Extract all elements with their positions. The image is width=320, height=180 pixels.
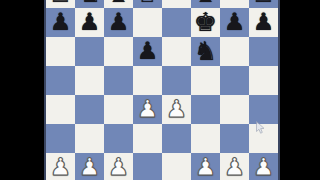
square-a8[interactable]: ♜ [46, 0, 75, 8]
piece-black-pawn-g7[interactable]: ♟ [220, 8, 249, 37]
square-g5[interactable] [220, 66, 249, 95]
square-d3[interactable] [133, 124, 162, 153]
square-g2[interactable]: ♟ [220, 153, 249, 180]
square-d2[interactable] [133, 153, 162, 180]
piece-white-pawn-f2[interactable]: ♟ [191, 153, 220, 180]
square-h7[interactable]: ♟ [249, 8, 278, 37]
square-e5[interactable] [162, 66, 191, 95]
piece-black-pawn-c7[interactable]: ♟ [104, 8, 133, 37]
square-c4[interactable] [104, 95, 133, 124]
piece-black-knight-b8[interactable]: ♞ [75, 0, 104, 8]
square-d6[interactable]: ♟ [133, 37, 162, 66]
piece-white-pawn-c2[interactable]: ♟ [104, 153, 133, 180]
square-g4[interactable] [220, 95, 249, 124]
square-c5[interactable] [104, 66, 133, 95]
piece-white-pawn-d4[interactable]: ♟ [133, 95, 162, 124]
square-d4[interactable]: ♟ [133, 95, 162, 124]
square-d5[interactable] [133, 66, 162, 95]
square-a6[interactable] [46, 37, 75, 66]
square-a5[interactable] [46, 66, 75, 95]
square-c8[interactable]: ♝ [104, 0, 133, 8]
piece-black-pawn-h7[interactable]: ♟ [249, 8, 278, 37]
square-c7[interactable]: ♟ [104, 8, 133, 37]
square-g8[interactable] [220, 0, 249, 8]
square-b6[interactable] [75, 37, 104, 66]
square-f4[interactable] [191, 95, 220, 124]
piece-black-pawn-a7[interactable]: ♟ [46, 8, 75, 37]
letterbox-bar-left [0, 0, 44, 180]
piece-white-pawn-e4[interactable]: ♟ [162, 95, 191, 124]
piece-white-pawn-g2[interactable]: ♟ [220, 153, 249, 180]
square-g3[interactable] [220, 124, 249, 153]
square-a2[interactable]: ♟ [46, 153, 75, 180]
square-h3[interactable] [249, 124, 278, 153]
square-b2[interactable]: ♟ [75, 153, 104, 180]
square-f2[interactable]: ♟ [191, 153, 220, 180]
square-e6[interactable] [162, 37, 191, 66]
square-h5[interactable] [249, 66, 278, 95]
square-b7[interactable]: ♟ [75, 8, 104, 37]
square-c2[interactable]: ♟ [104, 153, 133, 180]
square-a4[interactable] [46, 95, 75, 124]
square-b5[interactable] [75, 66, 104, 95]
square-e2[interactable] [162, 153, 191, 180]
piece-white-pawn-b2[interactable]: ♟ [75, 153, 104, 180]
square-h4[interactable] [249, 95, 278, 124]
square-a3[interactable] [46, 124, 75, 153]
square-f3[interactable] [191, 124, 220, 153]
square-h6[interactable] [249, 37, 278, 66]
chess-board: ♜♞♝♛♝♜♟♟♟♚♟♟♟♞♟♟♟♟♟♟♟♟ [46, 0, 278, 180]
square-h8[interactable]: ♜ [249, 0, 278, 8]
piece-black-pawn-d6[interactable]: ♟ [133, 37, 162, 66]
square-g6[interactable] [220, 37, 249, 66]
board-border-right [278, 0, 280, 180]
piece-white-pawn-h2[interactable]: ♟ [249, 153, 278, 180]
square-f7[interactable]: ♚ [191, 8, 220, 37]
square-g7[interactable]: ♟ [220, 8, 249, 37]
square-b8[interactable]: ♞ [75, 0, 104, 8]
square-d8[interactable]: ♛ [133, 0, 162, 8]
square-b3[interactable] [75, 124, 104, 153]
square-b4[interactable] [75, 95, 104, 124]
screenshot-frame: ♜♞♝♛♝♜♟♟♟♚♟♟♟♞♟♟♟♟♟♟♟♟ [0, 0, 320, 180]
piece-black-pawn-b7[interactable]: ♟ [75, 8, 104, 37]
square-h2[interactable]: ♟ [249, 153, 278, 180]
piece-white-pawn-a2[interactable]: ♟ [46, 153, 75, 180]
square-f6[interactable]: ♞ [191, 37, 220, 66]
piece-black-bishop-c8[interactable]: ♝ [104, 0, 133, 8]
square-e8[interactable] [162, 0, 191, 8]
piece-black-king-f7[interactable]: ♚ [191, 8, 220, 37]
square-c3[interactable] [104, 124, 133, 153]
square-f5[interactable] [191, 66, 220, 95]
letterbox-bar-right [280, 0, 320, 180]
piece-black-knight-f6[interactable]: ♞ [191, 37, 220, 66]
piece-black-rook-a8[interactable]: ♜ [46, 0, 75, 8]
piece-black-rook-h8[interactable]: ♜ [249, 0, 278, 8]
square-e4[interactable]: ♟ [162, 95, 191, 124]
square-e3[interactable] [162, 124, 191, 153]
piece-black-queen-d8[interactable]: ♛ [133, 0, 162, 8]
square-c6[interactable] [104, 37, 133, 66]
square-d7[interactable] [133, 8, 162, 37]
square-a7[interactable]: ♟ [46, 8, 75, 37]
square-e7[interactable] [162, 8, 191, 37]
